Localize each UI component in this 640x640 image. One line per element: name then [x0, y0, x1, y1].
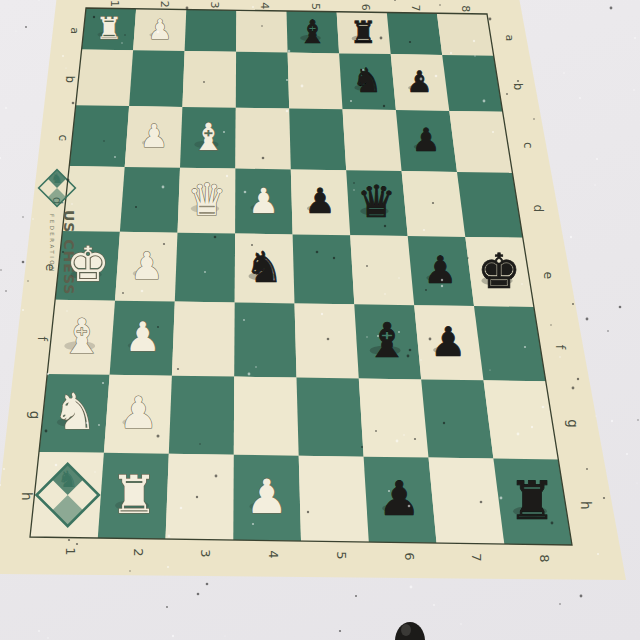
piece-white-r-a1[interactable]: ♜ — [96, 11, 123, 46]
file-label-left-g: g — [27, 411, 42, 419]
rank-label-top-5: 5 — [309, 3, 322, 10]
piece-white-p-h4[interactable]: ♟ — [245, 469, 288, 524]
square-d7[interactable] — [402, 171, 466, 237]
square-f5[interactable] — [295, 303, 359, 378]
file-label-right-g: g — [565, 419, 580, 427]
square-g4[interactable] — [234, 377, 299, 456]
square-b4[interactable] — [236, 52, 289, 109]
square-c6[interactable] — [343, 109, 402, 171]
square-b3[interactable] — [182, 51, 236, 108]
piece-black-p-d5[interactable]: ♟ — [304, 181, 335, 221]
square-e3[interactable] — [175, 233, 235, 303]
rank-label-bottom-3: 3 — [198, 549, 213, 557]
file-label-right-b: b — [511, 83, 525, 90]
piece-black-n-b6[interactable]: ♞ — [352, 61, 382, 100]
square-a3[interactable] — [185, 10, 237, 52]
square-b8[interactable] — [442, 55, 502, 112]
square-e6[interactable] — [350, 235, 414, 305]
rank-label-top-1: 1 — [108, 0, 121, 7]
rank-label-bottom-1: 1 — [63, 547, 78, 555]
piece-white-k-e1[interactable]: ♚ — [66, 236, 110, 292]
chessboard-photo-scene: 1122334455667788aabbccddeeffgghh♞♞US CHE… — [0, 0, 640, 640]
piece-white-p-f2[interactable]: ♟ — [125, 313, 161, 361]
file-label-right-e: e — [541, 272, 556, 280]
square-b2[interactable] — [129, 50, 185, 107]
piece-white-p-a2[interactable]: ♟ — [148, 14, 172, 45]
file-label-left-h: h — [19, 492, 35, 501]
piece-white-p-d4[interactable]: ♟ — [248, 181, 279, 221]
square-g6[interactable] — [359, 379, 429, 458]
piece-white-n-g1[interactable]: ♞ — [53, 383, 98, 441]
piece-white-p-c2[interactable]: ♟ — [140, 117, 169, 155]
rank-label-top-6: 6 — [359, 4, 372, 11]
square-a8[interactable] — [437, 13, 494, 55]
piece-white-b-f1[interactable]: ♝ — [60, 308, 103, 364]
rank-label-top-4: 4 — [258, 2, 271, 9]
square-h7[interactable] — [429, 458, 505, 544]
piece-black-n-e4[interactable]: ♞ — [245, 242, 283, 292]
square-g5[interactable] — [297, 378, 364, 457]
piece-black-r-a6[interactable]: ♜ — [350, 15, 377, 50]
rank-label-top-3: 3 — [208, 1, 221, 8]
square-c5[interactable] — [289, 109, 346, 171]
rank-label-bottom-6: 6 — [402, 552, 417, 560]
rank-label-top-2: 2 — [158, 1, 171, 8]
svg-text:♞: ♞ — [51, 170, 63, 186]
piece-black-k-e8[interactable]: ♚ — [477, 243, 521, 299]
square-c8[interactable] — [449, 111, 512, 173]
piece-black-b-f6[interactable]: ♝ — [366, 312, 409, 368]
rank-label-bottom-2: 2 — [131, 548, 146, 556]
square-d8[interactable] — [457, 172, 523, 238]
square-e5[interactable] — [293, 234, 355, 304]
file-label-left-f: f — [35, 337, 50, 342]
file-label-right-a: a — [503, 34, 516, 41]
rank-label-bottom-7: 7 — [469, 553, 484, 561]
square-a7[interactable] — [387, 13, 442, 55]
file-label-left-c: c — [56, 134, 70, 140]
square-f3[interactable] — [172, 302, 235, 377]
rank-label-bottom-8: 8 — [537, 554, 552, 562]
piece-white-p-g2[interactable]: ♟ — [119, 387, 158, 438]
file-label-right-f: f — [553, 345, 568, 350]
square-c4[interactable] — [235, 108, 290, 170]
square-a4[interactable] — [236, 10, 288, 52]
uschess-logo-subtext: FEDERATION — [49, 214, 55, 274]
square-c1[interactable] — [69, 105, 129, 167]
square-f4[interactable] — [234, 303, 296, 378]
piece-white-p-e2[interactable]: ♟ — [130, 244, 164, 288]
piece-black-q-d6[interactable]: ♛ — [357, 176, 397, 227]
rank-label-bottom-5: 5 — [334, 551, 349, 559]
piece-white-b-c3[interactable]: ♝ — [192, 115, 226, 159]
file-label-right-h: h — [578, 501, 594, 510]
square-g7[interactable] — [421, 379, 493, 458]
square-d2[interactable] — [120, 167, 180, 233]
file-label-left-b: b — [63, 76, 77, 83]
piece-black-p-c7[interactable]: ♟ — [412, 121, 441, 159]
rank-label-top-7: 7 — [409, 4, 422, 11]
square-b1[interactable] — [76, 50, 133, 107]
square-b5[interactable] — [288, 53, 343, 110]
piece-black-p-f7[interactable]: ♟ — [430, 318, 466, 366]
file-label-left-a: a — [68, 27, 81, 34]
square-g3[interactable] — [169, 376, 234, 455]
rank-label-bottom-4: 4 — [266, 550, 281, 558]
piece-white-r-h2[interactable]: ♜ — [110, 464, 157, 525]
rank-label-top-8: 8 — [459, 5, 472, 12]
captured-piece-offboard — [395, 622, 425, 640]
svg-text:♞: ♞ — [57, 466, 78, 492]
file-label-right-c: c — [521, 142, 535, 148]
file-label-right-d: d — [531, 204, 545, 212]
board-photo: 1122334455667788aabbccddeeffgghh♞♞US CHE… — [0, 0, 640, 640]
square-h3[interactable] — [166, 454, 234, 540]
piece-white-q-d3[interactable]: ♛ — [187, 174, 227, 225]
piece-black-r-h8[interactable]: ♜ — [508, 470, 555, 531]
piece-black-p-b7[interactable]: ♟ — [406, 65, 432, 99]
piece-black-p-e7[interactable]: ♟ — [423, 248, 457, 292]
piece-black-p-h6[interactable]: ♟ — [378, 471, 421, 526]
piece-black-b-a5[interactable]: ♝ — [298, 13, 327, 51]
square-h5[interactable] — [299, 456, 369, 542]
